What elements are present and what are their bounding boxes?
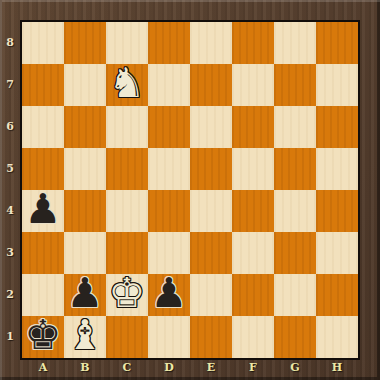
square-a2[interactable] <box>22 274 64 316</box>
rank-label-5: 5 <box>0 148 20 190</box>
square-b7[interactable] <box>64 64 106 106</box>
file-labels: ABCDEFGH <box>22 358 358 380</box>
square-h6[interactable] <box>316 106 358 148</box>
square-a6[interactable] <box>22 106 64 148</box>
square-e6[interactable] <box>190 106 232 148</box>
square-b3[interactable] <box>64 232 106 274</box>
square-g8[interactable] <box>274 22 316 64</box>
square-h5[interactable] <box>316 148 358 190</box>
square-g4[interactable] <box>274 190 316 232</box>
file-label-f: F <box>232 358 274 380</box>
white-knight-c7[interactable]: ♞ <box>109 63 146 104</box>
rank-label-7: 7 <box>0 64 20 106</box>
file-label-c: C <box>106 358 148 380</box>
file-label-h: H <box>316 358 358 380</box>
square-f6[interactable] <box>232 106 274 148</box>
black-pawn-d2[interactable]: ♟ <box>151 273 188 314</box>
square-d8[interactable] <box>148 22 190 64</box>
square-f8[interactable] <box>232 22 274 64</box>
rank-label-4: 4 <box>0 190 20 232</box>
rank-label-8: 8 <box>0 22 20 64</box>
square-d5[interactable] <box>148 148 190 190</box>
square-c5[interactable] <box>106 148 148 190</box>
square-d2[interactable]: ♟ <box>148 274 190 316</box>
square-f7[interactable] <box>232 64 274 106</box>
square-b8[interactable] <box>64 22 106 64</box>
file-label-e: E <box>190 358 232 380</box>
rank-label-2: 2 <box>0 274 20 316</box>
square-a7[interactable] <box>22 64 64 106</box>
black-king-a1[interactable]: ♚ <box>25 315 62 356</box>
square-e1[interactable] <box>190 316 232 358</box>
square-f2[interactable] <box>232 274 274 316</box>
square-f1[interactable] <box>232 316 274 358</box>
black-pawn-a4[interactable]: ♟ <box>25 189 62 230</box>
square-e3[interactable] <box>190 232 232 274</box>
square-c6[interactable] <box>106 106 148 148</box>
square-c3[interactable] <box>106 232 148 274</box>
square-b1[interactable]: ♝ <box>64 316 106 358</box>
square-g3[interactable] <box>274 232 316 274</box>
square-h2[interactable] <box>316 274 358 316</box>
square-b2[interactable]: ♟ <box>64 274 106 316</box>
square-d3[interactable] <box>148 232 190 274</box>
square-a1[interactable]: ♚ <box>22 316 64 358</box>
file-label-b: B <box>64 358 106 380</box>
square-f4[interactable] <box>232 190 274 232</box>
chess-board[interactable]: ♞♟♟♚♟♚♝ <box>20 20 360 360</box>
square-d6[interactable] <box>148 106 190 148</box>
square-g2[interactable] <box>274 274 316 316</box>
white-bishop-b1[interactable]: ♝ <box>67 315 104 356</box>
square-a5[interactable] <box>22 148 64 190</box>
square-h1[interactable] <box>316 316 358 358</box>
square-h7[interactable] <box>316 64 358 106</box>
square-b5[interactable] <box>64 148 106 190</box>
file-label-d: D <box>148 358 190 380</box>
chess-diagram: 87654321 ♞♟♟♚♟♚♝ ABCDEFGH <box>0 0 380 380</box>
square-g1[interactable] <box>274 316 316 358</box>
square-e4[interactable] <box>190 190 232 232</box>
square-h3[interactable] <box>316 232 358 274</box>
square-e7[interactable] <box>190 64 232 106</box>
square-g7[interactable] <box>274 64 316 106</box>
file-label-g: G <box>274 358 316 380</box>
rank-labels: 87654321 <box>0 22 20 358</box>
square-g5[interactable] <box>274 148 316 190</box>
square-c1[interactable] <box>106 316 148 358</box>
square-a4[interactable]: ♟ <box>22 190 64 232</box>
square-h4[interactable] <box>316 190 358 232</box>
square-g6[interactable] <box>274 106 316 148</box>
square-d7[interactable] <box>148 64 190 106</box>
rank-label-6: 6 <box>0 106 20 148</box>
square-e5[interactable] <box>190 148 232 190</box>
square-e8[interactable] <box>190 22 232 64</box>
square-h8[interactable] <box>316 22 358 64</box>
square-b6[interactable] <box>64 106 106 148</box>
square-a3[interactable] <box>22 232 64 274</box>
square-d4[interactable] <box>148 190 190 232</box>
rank-label-1: 1 <box>0 316 20 358</box>
square-f5[interactable] <box>232 148 274 190</box>
square-d1[interactable] <box>148 316 190 358</box>
file-label-a: A <box>22 358 64 380</box>
square-c8[interactable] <box>106 22 148 64</box>
square-b4[interactable] <box>64 190 106 232</box>
black-pawn-b2[interactable]: ♟ <box>67 273 104 314</box>
rank-label-3: 3 <box>0 232 20 274</box>
square-a8[interactable] <box>22 22 64 64</box>
white-king-c2[interactable]: ♚ <box>109 273 146 314</box>
square-f3[interactable] <box>232 232 274 274</box>
square-c4[interactable] <box>106 190 148 232</box>
square-c7[interactable]: ♞ <box>106 64 148 106</box>
square-c2[interactable]: ♚ <box>106 274 148 316</box>
square-e2[interactable] <box>190 274 232 316</box>
